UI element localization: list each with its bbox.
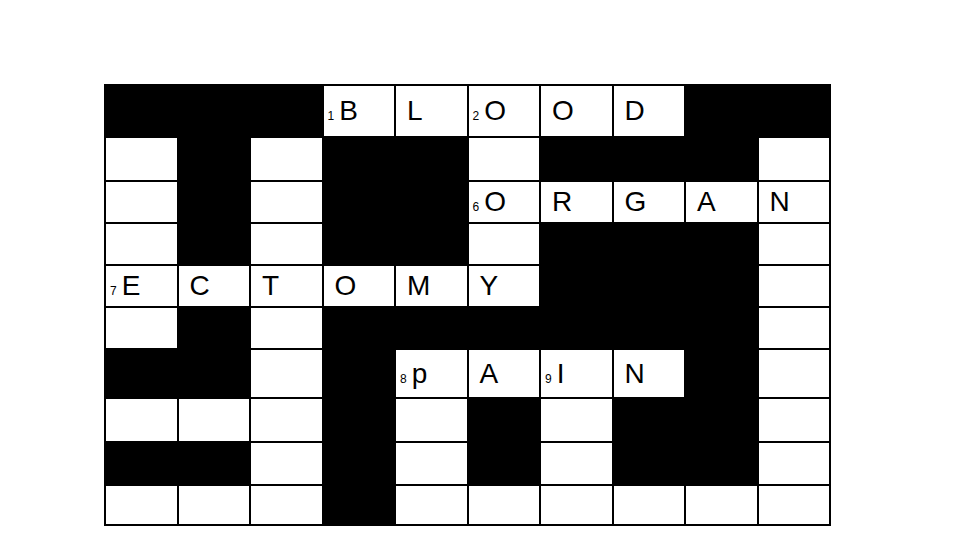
cell-r8c5[interactable]	[396, 399, 467, 441]
cell-r8c9	[686, 399, 757, 441]
cell-r5c4[interactable]: O	[324, 266, 395, 306]
cell-r3c8[interactable]: G	[614, 182, 685, 222]
cell-r1c8[interactable]: D	[614, 86, 685, 136]
cell-r7c8[interactable]: N	[614, 350, 685, 397]
clue-number-8: 8	[400, 372, 407, 386]
cell-r9c3[interactable]	[251, 443, 322, 484]
cell-r2c10[interactable]	[759, 138, 830, 180]
cell-r4c9	[686, 224, 757, 264]
cell-r4c10[interactable]	[759, 224, 830, 264]
cell-r9c5[interactable]	[396, 443, 467, 484]
cell-letter-r3c6: O	[484, 186, 506, 217]
cell-r4c8	[614, 224, 685, 264]
cell-r1c6[interactable]: 2O	[469, 86, 540, 136]
cell-letter-r5c4: O	[335, 270, 357, 301]
cell-r4c1[interactable]	[106, 224, 177, 264]
cell-r4c4	[324, 224, 395, 264]
cell-r1c7[interactable]: O	[541, 86, 612, 136]
cell-r3c2	[179, 182, 250, 222]
cell-content-r3c6: 6O	[473, 187, 506, 217]
cell-r8c4	[324, 399, 395, 441]
cell-r7c3[interactable]	[251, 350, 322, 397]
cell-r8c6	[469, 399, 540, 441]
cell-r10c9[interactable]	[686, 486, 757, 524]
cell-r9c7[interactable]	[541, 443, 612, 484]
cell-r1c9	[686, 86, 757, 136]
cell-letter-r5c3: T	[262, 270, 279, 301]
cell-letter-r7c8: N	[625, 358, 645, 389]
cell-r6c7	[541, 308, 612, 348]
cell-r5c9	[686, 266, 757, 306]
cell-r10c4	[324, 486, 395, 524]
cell-r3c3[interactable]	[251, 182, 322, 222]
cell-letter-r5c2: C	[190, 270, 210, 301]
cell-content-r3c10: N	[770, 187, 790, 217]
clue-number-2: 2	[473, 109, 480, 123]
clue-number-1: 1	[328, 109, 335, 123]
cell-r4c6[interactable]	[469, 224, 540, 264]
cell-r2c7	[541, 138, 612, 180]
cell-r3c6[interactable]: 6O	[469, 182, 540, 222]
cell-r1c1	[106, 86, 177, 136]
cell-content-r5c2: C	[190, 271, 210, 301]
cell-r6c8	[614, 308, 685, 348]
cell-r5c5[interactable]: M	[396, 266, 467, 306]
cell-r8c2[interactable]	[179, 399, 250, 441]
cell-r8c7[interactable]	[541, 399, 612, 441]
cell-r2c4	[324, 138, 395, 180]
cell-r4c3[interactable]	[251, 224, 322, 264]
cell-r6c1[interactable]	[106, 308, 177, 348]
cell-r7c2	[179, 350, 250, 397]
cell-r10c3[interactable]	[251, 486, 322, 524]
cell-r9c4	[324, 443, 395, 484]
cell-content-r5c3: T	[262, 271, 279, 301]
cell-r10c5[interactable]	[396, 486, 467, 524]
cell-content-r7c8: N	[625, 359, 645, 389]
cell-r3c9[interactable]: A	[686, 182, 757, 222]
cell-letter-r1c4: B	[339, 95, 358, 126]
cell-r1c4[interactable]: 1B	[324, 86, 395, 136]
cell-letter-r1c5: L	[407, 95, 423, 126]
cell-content-r3c9: A	[697, 187, 716, 217]
cell-letter-r1c7: O	[552, 95, 574, 126]
cell-r2c1[interactable]	[106, 138, 177, 180]
cell-r10c10[interactable]	[759, 486, 830, 524]
cell-letter-r3c10: N	[770, 186, 790, 217]
cell-r9c8	[614, 443, 685, 484]
cell-r10c8[interactable]	[614, 486, 685, 524]
cell-content-r1c6: 2O	[473, 96, 506, 126]
cell-content-r3c7: R	[552, 187, 572, 217]
cell-letter-r3c7: R	[552, 186, 572, 217]
cell-content-r5c6: Y	[480, 271, 499, 301]
cell-content-r1c8: D	[625, 96, 645, 126]
cell-r3c7[interactable]: R	[541, 182, 612, 222]
cell-r4c5	[396, 224, 467, 264]
cell-content-r7c6: A	[480, 359, 499, 389]
cell-r9c2	[179, 443, 250, 484]
clue-number-7: 7	[110, 284, 117, 298]
cell-r2c8	[614, 138, 685, 180]
cell-r5c2[interactable]: C	[179, 266, 250, 306]
cell-content-r1c7: O	[552, 96, 574, 126]
cell-r7c10[interactable]	[759, 350, 830, 397]
cell-r2c3[interactable]	[251, 138, 322, 180]
cell-content-r1c5: L	[407, 96, 423, 126]
cell-r5c3[interactable]: T	[251, 266, 322, 306]
cell-r9c1	[106, 443, 177, 484]
cell-r2c2	[179, 138, 250, 180]
cell-r3c4	[324, 182, 395, 222]
cell-r10c1[interactable]	[106, 486, 177, 524]
cell-r7c4	[324, 350, 395, 397]
cell-r10c6[interactable]	[469, 486, 540, 524]
cell-r7c6[interactable]: A	[469, 350, 540, 397]
cell-r8c1[interactable]	[106, 399, 177, 441]
cell-r2c5	[396, 138, 467, 180]
cell-content-r5c1: 7E	[110, 271, 140, 301]
cell-r9c9	[686, 443, 757, 484]
cell-letter-r5c1: E	[122, 270, 141, 301]
cell-letter-r7c6: A	[480, 358, 499, 389]
cell-r2c6[interactable]	[469, 138, 540, 180]
cell-content-r1c4: 1B	[328, 96, 358, 126]
cell-r3c5	[396, 182, 467, 222]
cell-letter-r3c8: G	[625, 186, 647, 217]
cell-r5c7	[541, 266, 612, 306]
cell-r7c9	[686, 350, 757, 397]
cell-content-r3c8: G	[625, 187, 647, 217]
cell-r7c5[interactable]: 8p	[396, 350, 467, 397]
cell-content-r5c5: M	[407, 271, 430, 301]
cell-r4c7	[541, 224, 612, 264]
cell-r8c3[interactable]	[251, 399, 322, 441]
cell-letter-r5c6: Y	[480, 270, 499, 301]
cell-r9c6	[469, 443, 540, 484]
cell-letter-r3c9: A	[697, 186, 716, 217]
cell-r6c4	[324, 308, 395, 348]
cell-r10c2[interactable]	[179, 486, 250, 524]
cell-r5c6[interactable]: Y	[469, 266, 540, 306]
cell-r3c1[interactable]	[106, 182, 177, 222]
cell-r1c3	[251, 86, 322, 136]
cell-r5c8	[614, 266, 685, 306]
cell-r7c7[interactable]: 9I	[541, 350, 612, 397]
cell-r6c9	[686, 308, 757, 348]
cell-r10c7[interactable]	[541, 486, 612, 524]
cell-r6c3[interactable]	[251, 308, 322, 348]
cell-r5c10[interactable]	[759, 266, 830, 306]
cell-r6c5	[396, 308, 467, 348]
cell-r1c5[interactable]: L	[396, 86, 467, 136]
cell-r8c10[interactable]	[759, 399, 830, 441]
cell-r3c10[interactable]: N	[759, 182, 830, 222]
cell-letter-r7c5: p	[412, 358, 428, 389]
cell-r1c2	[179, 86, 250, 136]
cell-r9c10[interactable]	[759, 443, 830, 484]
slide-canvas: 1BL2OOD6ORGAN7ECTOMY8pA9IN	[0, 0, 960, 540]
cell-r6c2	[179, 308, 250, 348]
cell-r7c1	[106, 350, 177, 397]
cell-content-r7c7: 9I	[545, 359, 564, 389]
cell-r2c9	[686, 138, 757, 180]
cell-letter-r5c5: M	[407, 270, 430, 301]
cell-r6c10[interactable]	[759, 308, 830, 348]
cell-r6c6	[469, 308, 540, 348]
cell-r4c2	[179, 224, 250, 264]
cell-letter-r1c8: D	[625, 95, 645, 126]
crossword-grid: 1BL2OOD6ORGAN7ECTOMY8pA9IN	[104, 84, 831, 526]
cell-content-r5c4: O	[335, 271, 357, 301]
clue-number-9: 9	[545, 372, 552, 386]
cell-r1c10	[759, 86, 830, 136]
cell-content-r7c5: 8p	[400, 359, 427, 389]
cell-r8c8	[614, 399, 685, 441]
cell-letter-r1c6: O	[484, 95, 506, 126]
cell-letter-r7c7: I	[557, 358, 565, 389]
cell-r5c1[interactable]: 7E	[106, 266, 177, 306]
clue-number-6: 6	[473, 200, 480, 214]
